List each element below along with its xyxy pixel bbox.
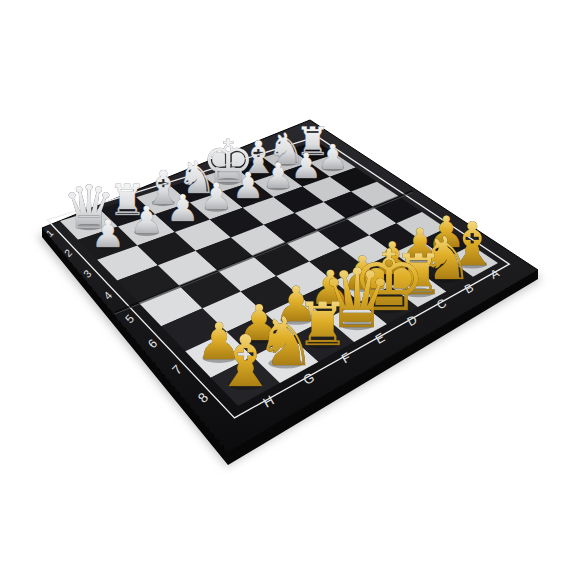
piece-silver-pawn-d2[interactable]: ♟ (232, 165, 264, 206)
piece-gold-bishop-h8[interactable]: ♝ (214, 320, 278, 403)
piece-silver-pawn-e2[interactable]: ♟ (200, 175, 233, 218)
chess-board-photo: 12345678HGFEDCBA♜♞♟♝♟♚♟♞♟♝♟♜♟♛♟♟♟♟♝♟♞♟♜♟… (0, 0, 568, 568)
piece-silver-pawn-g2[interactable]: ♟ (130, 198, 164, 242)
piece-silver-pawn-a2[interactable]: ♟ (317, 137, 348, 177)
piece-silver-pawn-c2[interactable]: ♟ (262, 155, 294, 196)
piece-silver-pawn-b2[interactable]: ♟ (291, 146, 322, 186)
piece-silver-pawn-f2[interactable]: ♟ (166, 187, 199, 230)
piece-silver-pawn-h2[interactable]: ♟ (91, 212, 125, 256)
board-svg: 12345678HGFEDCBA♜♞♟♝♟♚♟♞♟♝♟♜♟♛♟♟♟♟♝♟♞♟♜♟… (0, 0, 568, 568)
